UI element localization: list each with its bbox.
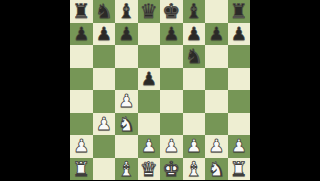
black-rook-piece[interactable]: ♜	[230, 0, 248, 23]
square-c7[interactable]: ♟	[115, 23, 138, 46]
black-rook-piece[interactable]: ♜	[72, 0, 90, 23]
chess-board: ♜♞♝♛♚♝♜♟♟♟♟♟♟♟♞♟♟♟♞♟♟♟♟♟♟♜♝♛♚♝♞♜	[70, 0, 250, 180]
square-h2[interactable]: ♟	[228, 135, 251, 158]
square-a7[interactable]: ♟	[70, 23, 93, 46]
square-d2[interactable]: ♟	[138, 135, 161, 158]
black-pawn-piece[interactable]: ♟	[163, 23, 179, 46]
square-d4[interactable]	[138, 90, 161, 113]
white-pawn-piece[interactable]: ♟	[186, 135, 202, 158]
square-e1[interactable]: ♚	[160, 158, 183, 181]
square-b7[interactable]: ♟	[93, 23, 116, 46]
square-e4[interactable]	[160, 90, 183, 113]
square-e8[interactable]: ♚	[160, 0, 183, 23]
white-pawn-piece[interactable]: ♟	[208, 135, 224, 158]
square-e2[interactable]: ♟	[160, 135, 183, 158]
square-g2[interactable]: ♟	[205, 135, 228, 158]
white-knight-piece[interactable]: ♞	[207, 158, 225, 181]
white-bishop-piece[interactable]: ♝	[185, 158, 203, 181]
black-pawn-piece[interactable]: ♟	[96, 23, 112, 46]
white-queen-piece[interactable]: ♛	[140, 158, 158, 181]
square-f2[interactable]: ♟	[183, 135, 206, 158]
white-pawn-piece[interactable]: ♟	[231, 135, 247, 158]
square-d5[interactable]: ♟	[138, 68, 161, 91]
square-b4[interactable]	[93, 90, 116, 113]
square-a8[interactable]: ♜	[70, 0, 93, 23]
square-b6[interactable]	[93, 45, 116, 68]
square-f3[interactable]	[183, 113, 206, 136]
white-bishop-piece[interactable]: ♝	[117, 158, 135, 181]
square-g8[interactable]	[205, 0, 228, 23]
white-pawn-piece[interactable]: ♟	[141, 135, 157, 158]
square-e3[interactable]	[160, 113, 183, 136]
square-e6[interactable]	[160, 45, 183, 68]
square-f5[interactable]	[183, 68, 206, 91]
black-pawn-piece[interactable]: ♟	[208, 23, 224, 46]
white-rook-piece[interactable]: ♜	[72, 158, 90, 181]
square-g5[interactable]	[205, 68, 228, 91]
square-h7[interactable]: ♟	[228, 23, 251, 46]
square-c5[interactable]	[115, 68, 138, 91]
square-g3[interactable]	[205, 113, 228, 136]
black-bishop-piece[interactable]: ♝	[185, 0, 203, 23]
square-c4[interactable]: ♟	[115, 90, 138, 113]
square-a3[interactable]	[70, 113, 93, 136]
square-g1[interactable]: ♞	[205, 158, 228, 181]
square-c6[interactable]	[115, 45, 138, 68]
square-f4[interactable]	[183, 90, 206, 113]
square-g4[interactable]	[205, 90, 228, 113]
square-e7[interactable]: ♟	[160, 23, 183, 46]
square-d8[interactable]: ♛	[138, 0, 161, 23]
square-b1[interactable]	[93, 158, 116, 181]
square-d6[interactable]	[138, 45, 161, 68]
square-f1[interactable]: ♝	[183, 158, 206, 181]
black-pawn-piece[interactable]: ♟	[141, 68, 157, 91]
square-h6[interactable]	[228, 45, 251, 68]
square-c3[interactable]: ♞	[115, 113, 138, 136]
black-knight-piece[interactable]: ♞	[185, 45, 203, 68]
white-king-piece[interactable]: ♚	[162, 158, 180, 181]
square-h5[interactable]	[228, 68, 251, 91]
square-d3[interactable]	[138, 113, 161, 136]
square-a2[interactable]: ♟	[70, 135, 93, 158]
black-pawn-piece[interactable]: ♟	[231, 23, 247, 46]
square-h1[interactable]: ♜	[228, 158, 251, 181]
square-f8[interactable]: ♝	[183, 0, 206, 23]
letterbox-right	[250, 0, 320, 180]
square-a1[interactable]: ♜	[70, 158, 93, 181]
black-knight-piece[interactable]: ♞	[95, 0, 113, 23]
square-d7[interactable]	[138, 23, 161, 46]
square-h3[interactable]	[228, 113, 251, 136]
square-b5[interactable]	[93, 68, 116, 91]
square-h8[interactable]: ♜	[228, 0, 251, 23]
white-pawn-piece[interactable]: ♟	[96, 113, 112, 136]
square-c2[interactable]	[115, 135, 138, 158]
square-e5[interactable]	[160, 68, 183, 91]
square-g7[interactable]: ♟	[205, 23, 228, 46]
square-a6[interactable]	[70, 45, 93, 68]
square-b8[interactable]: ♞	[93, 0, 116, 23]
black-pawn-piece[interactable]: ♟	[118, 23, 134, 46]
black-pawn-piece[interactable]: ♟	[73, 23, 89, 46]
square-d1[interactable]: ♛	[138, 158, 161, 181]
square-c8[interactable]: ♝	[115, 0, 138, 23]
white-rook-piece[interactable]: ♜	[230, 158, 248, 181]
white-knight-piece[interactable]: ♞	[117, 113, 135, 136]
letterbox-left	[0, 0, 70, 180]
square-c1[interactable]: ♝	[115, 158, 138, 181]
square-a5[interactable]	[70, 68, 93, 91]
white-pawn-piece[interactable]: ♟	[118, 90, 134, 113]
white-pawn-piece[interactable]: ♟	[73, 135, 89, 158]
black-pawn-piece[interactable]: ♟	[186, 23, 202, 46]
square-b2[interactable]	[93, 135, 116, 158]
black-queen-piece[interactable]: ♛	[140, 0, 158, 23]
square-a4[interactable]	[70, 90, 93, 113]
square-g6[interactable]	[205, 45, 228, 68]
square-f7[interactable]: ♟	[183, 23, 206, 46]
app-window: ♜♞♝♛♚♝♜♟♟♟♟♟♟♟♞♟♟♟♞♟♟♟♟♟♟♜♝♛♚♝♞♜	[0, 0, 320, 180]
black-king-piece[interactable]: ♚	[162, 0, 180, 23]
square-f6[interactable]: ♞	[183, 45, 206, 68]
square-b3[interactable]: ♟	[93, 113, 116, 136]
black-bishop-piece[interactable]: ♝	[117, 0, 135, 23]
white-pawn-piece[interactable]: ♟	[163, 135, 179, 158]
square-h4[interactable]	[228, 90, 251, 113]
